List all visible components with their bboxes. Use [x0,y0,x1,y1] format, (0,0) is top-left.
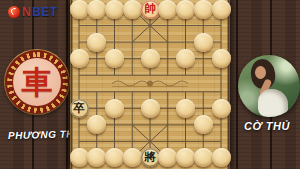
piece-face-down[interactable] [176,0,195,19]
piece-revealed-將[interactable]: 將 [141,148,160,167]
thumbnail-stage: NBET 車 PHƯƠNG THẢO [0,0,300,169]
medallion-face: 車 [13,58,61,106]
piece-face-down[interactable] [212,148,231,167]
piece-face-down[interactable] [105,99,124,118]
photo-white-top [258,89,288,117]
logo-text-n: N [22,5,31,19]
piece-face-down[interactable] [194,115,213,134]
piece-face-down[interactable] [212,49,231,68]
piece-face-down[interactable] [212,0,231,19]
board-grid-lines [70,0,230,169]
piece-face-down[interactable] [176,99,195,118]
piece-face-down[interactable] [70,0,89,19]
piece-face-down[interactable] [194,0,213,19]
onbet-logo: NBET [8,4,58,19]
piece-face-down[interactable] [105,0,124,19]
piece-face-down[interactable] [70,148,89,167]
logo-text-bet: BET [32,5,58,19]
player-photo [238,55,300,117]
river-ornament [112,81,188,87]
xiangqi-board[interactable]: 帥卒將 [70,0,230,169]
chariot-medallion: 車 [5,50,69,114]
piece-face-down[interactable] [158,0,177,19]
photo-face [255,66,266,79]
chariot-character: 車 [22,67,53,98]
chess-player-caption: CỜ THỦ [236,120,298,132]
piece-face-down[interactable] [141,99,160,118]
piece-revealed-卒[interactable]: 卒 [70,99,89,118]
onbet-ball-icon [8,6,20,18]
piece-revealed-帥[interactable]: 帥 [141,0,160,19]
piece-face-down[interactable] [123,0,142,19]
piece-face-down[interactable] [212,99,231,118]
piece-face-down[interactable] [141,49,160,68]
piece-face-down[interactable] [87,0,106,19]
piece-face-down[interactable] [70,49,89,68]
piece-face-down[interactable] [194,33,213,52]
piece-face-down[interactable] [87,33,106,52]
